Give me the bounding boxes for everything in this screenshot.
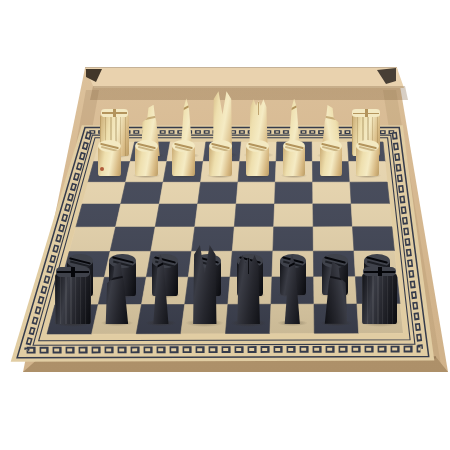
piece-white-pawn-e2[interactable] [209, 140, 232, 176]
piece-white-pawn-f2[interactable] [172, 140, 195, 176]
piece-white-pawn-d2[interactable] [246, 140, 269, 176]
piece-black-rook-h8[interactable] [55, 267, 90, 324]
piece-black-knight-b8[interactable] [322, 262, 350, 324]
pawn-red-dot [100, 167, 104, 171]
piece-black-queen-d8[interactable] [233, 252, 265, 324]
piece-white-pawn-a2[interactable] [356, 140, 379, 176]
piece-black-rook-a8[interactable] [362, 267, 397, 324]
photo-stage [0, 0, 450, 450]
piece-white-pawn-h2[interactable] [98, 140, 121, 176]
piece-white-pawn-b2[interactable] [320, 140, 343, 176]
pieces-layer [0, 0, 450, 450]
piece-white-pawn-c2[interactable] [283, 140, 306, 176]
piece-black-bishop-c8[interactable] [279, 254, 305, 324]
piece-black-bishop-f8[interactable] [148, 254, 174, 324]
piece-black-king-e8[interactable] [189, 245, 221, 324]
piece-white-pawn-g2[interactable] [135, 140, 158, 176]
piece-black-knight-g8[interactable] [103, 262, 131, 324]
